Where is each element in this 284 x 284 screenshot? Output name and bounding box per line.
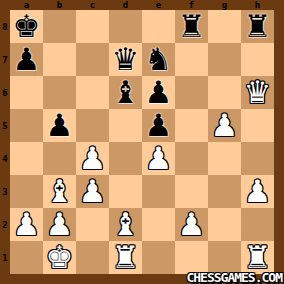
square-f6[interactable] (175, 76, 208, 109)
square-h8[interactable]: ♜ (241, 10, 274, 43)
rank-label-4: 4 (0, 142, 10, 175)
square-g2[interactable] (208, 208, 241, 241)
black-pawn-a7: ♟ (13, 43, 41, 76)
square-d4[interactable] (109, 142, 142, 175)
white-bishop-d2: ♝ (112, 208, 140, 241)
square-b2[interactable]: ♟ (43, 208, 76, 241)
square-f3[interactable] (175, 175, 208, 208)
square-g7[interactable] (208, 43, 241, 76)
chess-board: ♚♜♜♟♛♞♝♟♛♟♟♟♟♟♝♟♟♟♟♝♟♚♜♜ (10, 10, 274, 274)
square-f8[interactable]: ♜ (175, 10, 208, 43)
square-c8[interactable] (76, 10, 109, 43)
white-pawn-f2: ♟ (178, 208, 206, 241)
square-a1[interactable] (10, 241, 43, 274)
site-watermark: CHESSGAMES.COM (186, 271, 282, 284)
black-queen-d7: ♛ (112, 43, 140, 76)
rank-label-7: 7 (0, 43, 10, 76)
square-c1[interactable] (76, 241, 109, 274)
square-c5[interactable] (76, 109, 109, 142)
white-pawn-c4: ♟ (79, 142, 107, 175)
square-a7[interactable]: ♟ (10, 43, 43, 76)
square-g4[interactable] (208, 142, 241, 175)
square-b5[interactable]: ♟ (43, 109, 76, 142)
rank-label-2: 2 (0, 208, 10, 241)
rank-label-6: 6 (0, 76, 10, 109)
square-d6[interactable]: ♝ (109, 76, 142, 109)
square-e8[interactable] (142, 10, 175, 43)
square-h7[interactable] (241, 43, 274, 76)
white-pawn-h3: ♟ (244, 175, 272, 208)
file-labels: abcdefgh (10, 0, 274, 10)
square-d1[interactable]: ♜ (109, 241, 142, 274)
rank-label-5: 5 (0, 109, 10, 142)
square-e2[interactable] (142, 208, 175, 241)
square-c3[interactable]: ♟ (76, 175, 109, 208)
square-e1[interactable] (142, 241, 175, 274)
file-label-c: c (76, 0, 109, 10)
rank-label-3: 3 (0, 175, 10, 208)
square-h2[interactable] (241, 208, 274, 241)
black-king-a8: ♚ (13, 10, 41, 43)
square-d8[interactable] (109, 10, 142, 43)
square-b3[interactable]: ♝ (43, 175, 76, 208)
square-a8[interactable]: ♚ (10, 10, 43, 43)
square-c7[interactable] (76, 43, 109, 76)
square-e4[interactable]: ♟ (142, 142, 175, 175)
square-c2[interactable] (76, 208, 109, 241)
rank-label-8: 8 (0, 10, 10, 43)
square-b7[interactable] (43, 43, 76, 76)
square-h3[interactable]: ♟ (241, 175, 274, 208)
square-e6[interactable]: ♟ (142, 76, 175, 109)
square-a4[interactable] (10, 142, 43, 175)
white-pawn-c3: ♟ (79, 175, 107, 208)
square-d7[interactable]: ♛ (109, 43, 142, 76)
black-pawn-e6: ♟ (145, 76, 173, 109)
square-c4[interactable]: ♟ (76, 142, 109, 175)
square-h5[interactable] (241, 109, 274, 142)
black-knight-e7: ♞ (145, 43, 173, 76)
white-pawn-g5: ♟ (211, 109, 239, 142)
chess-diagram: abcdefgh 87654321 ♚♜♜♟♛♞♝♟♛♟♟♟♟♟♝♟♟♟♟♝♟♚… (0, 0, 284, 284)
square-a6[interactable] (10, 76, 43, 109)
black-pawn-b5: ♟ (46, 109, 74, 142)
square-g5[interactable]: ♟ (208, 109, 241, 142)
file-label-e: e (142, 0, 175, 10)
square-b8[interactable] (43, 10, 76, 43)
black-pawn-e5: ♟ (145, 109, 173, 142)
square-d5[interactable] (109, 109, 142, 142)
white-pawn-b2: ♟ (46, 208, 74, 241)
file-label-b: b (43, 0, 76, 10)
black-rook-h8: ♜ (244, 10, 272, 43)
square-c6[interactable] (76, 76, 109, 109)
white-king-b1: ♚ (46, 241, 74, 274)
square-b1[interactable]: ♚ (43, 241, 76, 274)
square-a5[interactable] (10, 109, 43, 142)
black-rook-f8: ♜ (178, 10, 206, 43)
square-a2[interactable]: ♟ (10, 208, 43, 241)
square-f7[interactable] (175, 43, 208, 76)
square-d2[interactable]: ♝ (109, 208, 142, 241)
square-b6[interactable] (43, 76, 76, 109)
white-rook-d1: ♜ (112, 241, 140, 274)
square-f2[interactable]: ♟ (175, 208, 208, 241)
square-e3[interactable] (142, 175, 175, 208)
rank-label-1: 1 (0, 241, 10, 274)
white-pawn-a2: ♟ (13, 208, 41, 241)
square-a3[interactable] (10, 175, 43, 208)
square-g6[interactable] (208, 76, 241, 109)
square-d3[interactable] (109, 175, 142, 208)
file-label-g: g (208, 0, 241, 10)
white-bishop-b3: ♝ (46, 175, 74, 208)
square-g8[interactable] (208, 10, 241, 43)
rank-labels: 87654321 (0, 10, 10, 274)
square-g3[interactable] (208, 175, 241, 208)
white-pawn-e4: ♟ (145, 142, 173, 175)
square-f5[interactable] (175, 109, 208, 142)
square-b4[interactable] (43, 142, 76, 175)
square-e5[interactable]: ♟ (142, 109, 175, 142)
black-bishop-d6: ♝ (112, 76, 140, 109)
square-e7[interactable]: ♞ (142, 43, 175, 76)
square-h6[interactable]: ♛ (241, 76, 274, 109)
square-f4[interactable] (175, 142, 208, 175)
square-h4[interactable] (241, 142, 274, 175)
white-queen-h6: ♛ (244, 76, 272, 109)
file-label-d: d (109, 0, 142, 10)
